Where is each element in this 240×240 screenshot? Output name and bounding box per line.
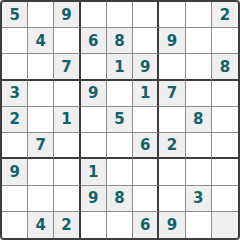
- cell-r8c2[interactable]: [28, 186, 54, 212]
- cell-r4c2[interactable]: [28, 81, 54, 107]
- cell-r8c7[interactable]: [159, 186, 185, 212]
- cell-r4c4: 9: [81, 81, 107, 107]
- cell-r8c5: 8: [107, 186, 133, 212]
- cell-r6c6: 6: [133, 133, 159, 159]
- cell-r9c6: 6: [133, 212, 159, 238]
- cell-r3c2[interactable]: [28, 54, 54, 80]
- cell-r3c8[interactable]: [186, 54, 212, 80]
- cell-r4c3[interactable]: [54, 81, 80, 107]
- cell-r3c6: 9: [133, 54, 159, 80]
- cell-r2c2: 4: [28, 28, 54, 54]
- cell-r7c7[interactable]: [159, 159, 185, 185]
- cell-r4c9[interactable]: [212, 81, 238, 107]
- cell-r3c4[interactable]: [81, 54, 107, 80]
- cell-r2c5: 8: [107, 28, 133, 54]
- cell-r6c4[interactable]: [81, 133, 107, 159]
- cell-r6c1[interactable]: [2, 133, 28, 159]
- cell-r2c7: 9: [159, 28, 185, 54]
- cell-r2c6[interactable]: [133, 28, 159, 54]
- cell-r9c8[interactable]: [186, 212, 212, 238]
- cell-r6c5[interactable]: [107, 133, 133, 159]
- cell-r7c9[interactable]: [212, 159, 238, 185]
- cell-r9c4[interactable]: [81, 212, 107, 238]
- cell-r7c5[interactable]: [107, 159, 133, 185]
- cell-r3c1[interactable]: [2, 54, 28, 80]
- cell-r5c7[interactable]: [159, 107, 185, 133]
- cell-r6c7: 2: [159, 133, 185, 159]
- cell-r5c3: 1: [54, 107, 80, 133]
- cell-r6c3[interactable]: [54, 133, 80, 159]
- cell-r2c9[interactable]: [212, 28, 238, 54]
- cell-r1c9: 2: [212, 2, 238, 28]
- cell-r1c7[interactable]: [159, 2, 185, 28]
- sudoku-board: 5924689719839172158762919834269: [0, 0, 240, 240]
- cell-r8c8: 3: [186, 186, 212, 212]
- cell-r8c1[interactable]: [2, 186, 28, 212]
- cell-r6c9[interactable]: [212, 133, 238, 159]
- cell-r5c9[interactable]: [212, 107, 238, 133]
- cell-r7c6[interactable]: [133, 159, 159, 185]
- cell-r8c3[interactable]: [54, 186, 80, 212]
- cell-r1c5[interactable]: [107, 2, 133, 28]
- cell-r1c8[interactable]: [186, 2, 212, 28]
- cell-r2c1[interactable]: [2, 28, 28, 54]
- cell-r5c6[interactable]: [133, 107, 159, 133]
- cell-r7c8[interactable]: [186, 159, 212, 185]
- cell-r7c4: 1: [81, 159, 107, 185]
- cell-r6c2: 7: [28, 133, 54, 159]
- cell-r4c7: 7: [159, 81, 185, 107]
- cell-r4c5[interactable]: [107, 81, 133, 107]
- cell-r5c1: 2: [2, 107, 28, 133]
- cell-r7c3[interactable]: [54, 159, 80, 185]
- cell-r1c4[interactable]: [81, 2, 107, 28]
- cell-r4c1: 3: [2, 81, 28, 107]
- cell-r2c8[interactable]: [186, 28, 212, 54]
- cell-r9c2: 4: [28, 212, 54, 238]
- cell-r1c3: 9: [54, 2, 80, 28]
- cell-r7c2[interactable]: [28, 159, 54, 185]
- cell-r5c5: 5: [107, 107, 133, 133]
- cell-r3c9: 8: [212, 54, 238, 80]
- cell-r5c4[interactable]: [81, 107, 107, 133]
- cell-r3c5: 1: [107, 54, 133, 80]
- cell-r2c3[interactable]: [54, 28, 80, 54]
- cell-r7c1: 9: [2, 159, 28, 185]
- cell-r1c6[interactable]: [133, 2, 159, 28]
- cell-r9c5[interactable]: [107, 212, 133, 238]
- cell-r9c7: 9: [159, 212, 185, 238]
- cell-r8c6[interactable]: [133, 186, 159, 212]
- cell-r3c7[interactable]: [159, 54, 185, 80]
- cell-r8c4: 9: [81, 186, 107, 212]
- cell-r9c9: [212, 212, 238, 238]
- cell-r1c2[interactable]: [28, 2, 54, 28]
- cell-r9c3: 2: [54, 212, 80, 238]
- cell-r9c1[interactable]: [2, 212, 28, 238]
- cell-r4c6: 1: [133, 81, 159, 107]
- cell-r5c8: 8: [186, 107, 212, 133]
- cell-r8c9[interactable]: [212, 186, 238, 212]
- cell-r1c1: 5: [2, 2, 28, 28]
- cell-r2c4: 6: [81, 28, 107, 54]
- cell-r6c8[interactable]: [186, 133, 212, 159]
- cell-r3c3: 7: [54, 54, 80, 80]
- cell-r5c2[interactable]: [28, 107, 54, 133]
- cell-r4c8[interactable]: [186, 81, 212, 107]
